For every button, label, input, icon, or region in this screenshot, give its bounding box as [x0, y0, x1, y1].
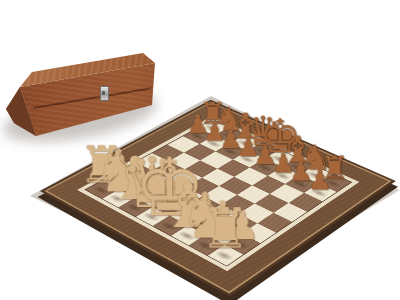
product-photo-stage: ♜♞♝♛♚♝♞♜♟♟♟♟♟♟♟♟♟♟♟♟♟♟♟♟♜♞♝♛♚♝♞♜ [0, 0, 400, 300]
box-lid-seam [33, 87, 152, 109]
piece-white-rook-h1: ♜ [177, 203, 272, 256]
box-clasp [100, 86, 109, 101]
piece-black-pawn-h7: ♟ [276, 167, 364, 193]
